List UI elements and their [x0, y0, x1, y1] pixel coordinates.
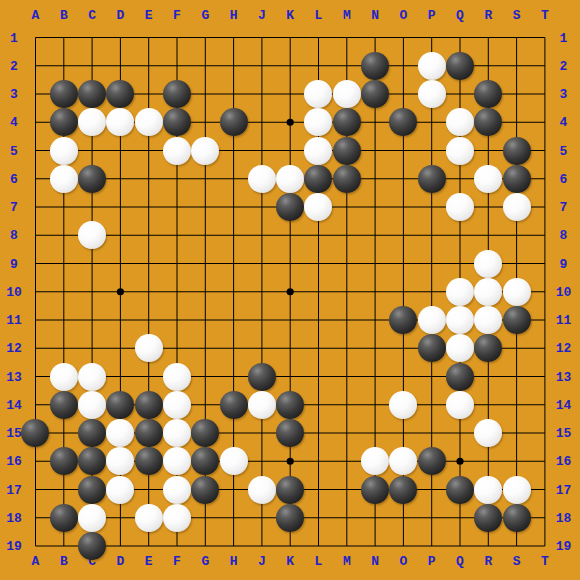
- stone-black-O4: [389, 108, 417, 136]
- stone-black-H14: [220, 391, 248, 419]
- stone-white-K6: [276, 165, 304, 193]
- coordinate-label: J: [258, 9, 266, 22]
- coordinate-label: 2: [10, 59, 18, 72]
- stone-black-C3: [78, 80, 106, 108]
- stone-black-B3: [50, 80, 78, 108]
- stone-black-Q17: [446, 476, 474, 504]
- stone-black-C6: [78, 165, 106, 193]
- coordinate-label: 7: [10, 201, 18, 214]
- stone-black-K18: [276, 504, 304, 532]
- coordinate-label: 4: [560, 116, 568, 129]
- stone-white-O14: [389, 391, 417, 419]
- stone-white-L5: [304, 137, 332, 165]
- stone-black-P16: [418, 447, 446, 475]
- stone-black-K14: [276, 391, 304, 419]
- coordinate-label: 3: [560, 88, 568, 101]
- coordinate-label: C: [88, 9, 96, 22]
- stone-black-G17: [191, 476, 219, 504]
- coordinate-label: 4: [10, 116, 18, 129]
- stone-white-L4: [304, 108, 332, 136]
- stone-white-B6: [50, 165, 78, 193]
- stone-black-G15: [191, 419, 219, 447]
- stone-white-D17: [106, 476, 134, 504]
- coordinate-label: T: [541, 9, 549, 22]
- stone-white-E12: [135, 334, 163, 362]
- coordinate-label: 6: [10, 172, 18, 185]
- stone-white-R15: [474, 419, 502, 447]
- coordinate-label: 18: [6, 511, 22, 524]
- coordinate-label: Q: [456, 9, 464, 22]
- coordinate-label: N: [371, 9, 379, 22]
- stone-black-A15: [21, 419, 49, 447]
- stone-black-G16: [191, 447, 219, 475]
- coordinate-label: M: [343, 9, 351, 22]
- stone-black-R4: [474, 108, 502, 136]
- stone-black-N17: [361, 476, 389, 504]
- coordinate-label: B: [60, 9, 68, 22]
- stone-white-G5: [191, 137, 219, 165]
- stone-white-O16: [389, 447, 417, 475]
- stone-white-J17: [248, 476, 276, 504]
- stone-black-L6: [304, 165, 332, 193]
- stone-black-K17: [276, 476, 304, 504]
- stone-white-C4: [78, 108, 106, 136]
- stone-white-C13: [78, 363, 106, 391]
- stone-white-P3: [418, 80, 446, 108]
- stone-white-R9: [474, 250, 502, 278]
- stone-white-C14: [78, 391, 106, 419]
- stone-white-C8: [78, 221, 106, 249]
- stone-white-Q14: [446, 391, 474, 419]
- coordinate-label: 9: [560, 257, 568, 270]
- stone-white-J14: [248, 391, 276, 419]
- stone-black-S5: [503, 137, 531, 165]
- coordinate-label: 2: [560, 59, 568, 72]
- stone-black-H4: [220, 108, 248, 136]
- go-board-window: ABCDEFGHJKLMNOPQRST ABCDEFGHJKLMNOPQRST …: [0, 0, 580, 580]
- stone-black-D14: [106, 391, 134, 419]
- stone-white-S10: [503, 278, 531, 306]
- stone-white-Q11: [446, 306, 474, 334]
- coordinate-label: A: [32, 9, 40, 22]
- stone-black-F3: [163, 80, 191, 108]
- stone-black-C16: [78, 447, 106, 475]
- stone-white-S7: [503, 193, 531, 221]
- coordinate-label: 19: [6, 540, 22, 553]
- stone-white-D16: [106, 447, 134, 475]
- coordinate-label: P: [428, 9, 436, 22]
- stone-black-B18: [50, 504, 78, 532]
- stone-black-B14: [50, 391, 78, 419]
- stone-black-E16: [135, 447, 163, 475]
- stone-black-K7: [276, 193, 304, 221]
- stone-black-R12: [474, 334, 502, 362]
- coordinate-label: 10: [6, 285, 22, 298]
- coordinate-label: 1: [10, 31, 18, 44]
- stone-black-C17: [78, 476, 106, 504]
- stone-white-D4: [106, 108, 134, 136]
- stone-white-L3: [304, 80, 332, 108]
- stone-white-D15: [106, 419, 134, 447]
- stone-white-J6: [248, 165, 276, 193]
- stone-white-Q7: [446, 193, 474, 221]
- stone-white-Q12: [446, 334, 474, 362]
- coordinate-label: H: [230, 9, 238, 22]
- coordinate-label: 16: [6, 455, 22, 468]
- stone-white-R6: [474, 165, 502, 193]
- stone-white-Q4: [446, 108, 474, 136]
- stone-white-R17: [474, 476, 502, 504]
- stone-white-F15: [163, 419, 191, 447]
- stone-black-F4: [163, 108, 191, 136]
- stone-black-E15: [135, 419, 163, 447]
- stone-white-N16: [361, 447, 389, 475]
- stone-white-P11: [418, 306, 446, 334]
- stone-black-Q13: [446, 363, 474, 391]
- stone-white-L7: [304, 193, 332, 221]
- stone-black-B16: [50, 447, 78, 475]
- coordinate-label: 8: [560, 229, 568, 242]
- coordinate-label: 17: [6, 483, 22, 496]
- stone-black-M5: [333, 137, 361, 165]
- stone-black-M6: [333, 165, 361, 193]
- stone-black-K15: [276, 419, 304, 447]
- stone-white-F13: [163, 363, 191, 391]
- stone-white-F18: [163, 504, 191, 532]
- stone-black-C19: [78, 532, 106, 560]
- stone-black-R3: [474, 80, 502, 108]
- coordinate-label: E: [145, 9, 153, 22]
- coordinate-label: 9: [10, 257, 18, 270]
- stone-black-S6: [503, 165, 531, 193]
- stone-black-O11: [389, 306, 417, 334]
- stone-white-F16: [163, 447, 191, 475]
- stone-black-B4: [50, 108, 78, 136]
- coordinate-label: R: [484, 9, 492, 22]
- coordinate-label: K: [286, 9, 294, 22]
- coordinate-label: F: [173, 9, 181, 22]
- stone-black-Q2: [446, 52, 474, 80]
- coordinate-label: D: [116, 9, 124, 22]
- stone-white-B5: [50, 137, 78, 165]
- stone-black-S18: [503, 504, 531, 532]
- coordinate-label: 14: [6, 398, 22, 411]
- stone-white-F5: [163, 137, 191, 165]
- stone-white-B13: [50, 363, 78, 391]
- stone-black-N3: [361, 80, 389, 108]
- stone-black-J13: [248, 363, 276, 391]
- coordinate-label: 3: [10, 88, 18, 101]
- stone-white-M3: [333, 80, 361, 108]
- coordinate-label: L: [315, 9, 323, 22]
- coordinate-label: 7: [560, 201, 568, 214]
- stone-white-Q10: [446, 278, 474, 306]
- coordinate-label: O: [399, 9, 407, 22]
- stone-white-F14: [163, 391, 191, 419]
- coordinate-label: 5: [560, 144, 568, 157]
- stone-black-S11: [503, 306, 531, 334]
- coordinate-label: S: [513, 9, 521, 22]
- stone-white-P2: [418, 52, 446, 80]
- stone-white-F17: [163, 476, 191, 504]
- stone-black-C15: [78, 419, 106, 447]
- coordinate-label: 12: [6, 342, 22, 355]
- stone-black-M4: [333, 108, 361, 136]
- coordinate-label: 13: [6, 370, 22, 383]
- stone-black-P12: [418, 334, 446, 362]
- stone-white-Q5: [446, 137, 474, 165]
- stone-black-N2: [361, 52, 389, 80]
- stone-white-R10: [474, 278, 502, 306]
- stone-white-E18: [135, 504, 163, 532]
- stone-white-S17: [503, 476, 531, 504]
- stone-white-R11: [474, 306, 502, 334]
- stone-white-H16: [220, 447, 248, 475]
- stone-black-E14: [135, 391, 163, 419]
- stone-black-O17: [389, 476, 417, 504]
- coordinate-label: 5: [10, 144, 18, 157]
- stone-white-E4: [135, 108, 163, 136]
- coordinate-label: G: [201, 9, 209, 22]
- stone-black-R18: [474, 504, 502, 532]
- go-board-grid[interactable]: [21, 23, 559, 560]
- coordinate-label: 6: [560, 172, 568, 185]
- coordinate-label: 8: [10, 229, 18, 242]
- stone-black-P6: [418, 165, 446, 193]
- coordinate-label: 1: [560, 31, 568, 44]
- coordinate-label: 15: [6, 427, 22, 440]
- stone-black-D3: [106, 80, 134, 108]
- stone-white-C18: [78, 504, 106, 532]
- coordinate-label: 11: [6, 314, 22, 327]
